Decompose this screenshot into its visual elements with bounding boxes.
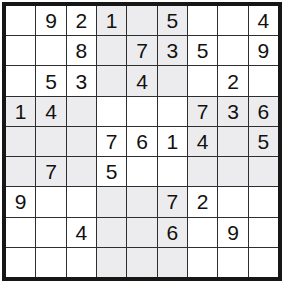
sudoku-cell-empty[interactable] <box>188 248 217 277</box>
sudoku-cell-given: 7 <box>188 97 217 126</box>
sudoku-cell-given: 9 <box>249 36 278 65</box>
sudoku-cell-given: 1 <box>6 97 35 126</box>
sudoku-cell-empty[interactable] <box>127 97 156 126</box>
sudoku-cell-empty[interactable] <box>249 157 278 186</box>
sudoku-cell-given: 1 <box>97 6 126 35</box>
sudoku-cell-given: 7 <box>97 127 126 156</box>
sudoku-cell-empty[interactable] <box>188 66 217 95</box>
sudoku-cell-empty[interactable] <box>249 187 278 216</box>
sudoku-cell-given: 4 <box>249 6 278 35</box>
sudoku-cell-empty[interactable] <box>188 218 217 247</box>
sudoku-cell-given: 6 <box>249 97 278 126</box>
sudoku-cell-given: 9 <box>6 187 35 216</box>
sudoku-cell-given: 2 <box>218 66 247 95</box>
sudoku-cell-empty[interactable] <box>6 248 35 277</box>
sudoku-cell-given: 7 <box>127 36 156 65</box>
sudoku-cell-empty[interactable] <box>36 218 65 247</box>
sudoku-cell-empty[interactable] <box>36 248 65 277</box>
sudoku-cell-given: 3 <box>67 66 96 95</box>
sudoku-cell-empty[interactable] <box>97 248 126 277</box>
sudoku-cell-empty[interactable] <box>188 157 217 186</box>
sudoku-cell-given: 9 <box>218 218 247 247</box>
sudoku-cell-given: 4 <box>36 97 65 126</box>
sudoku-cell-empty[interactable] <box>218 127 247 156</box>
sudoku-cell-given: 4 <box>188 127 217 156</box>
sudoku-cell-given: 4 <box>127 66 156 95</box>
sudoku-cell-empty[interactable] <box>127 218 156 247</box>
sudoku-cell-empty[interactable] <box>127 157 156 186</box>
sudoku-cell-empty[interactable] <box>158 97 187 126</box>
sudoku-cell-empty[interactable] <box>67 127 96 156</box>
sudoku-cell-given: 7 <box>36 157 65 186</box>
sudoku-cell-given: 6 <box>127 127 156 156</box>
sudoku-cell-empty[interactable] <box>36 187 65 216</box>
sudoku-cell-empty[interactable] <box>188 6 217 35</box>
sudoku-cell-empty[interactable] <box>127 248 156 277</box>
sudoku-cell-empty[interactable] <box>249 66 278 95</box>
sudoku-cell-empty[interactable] <box>249 218 278 247</box>
sudoku-cell-empty[interactable] <box>6 6 35 35</box>
sudoku-cell-given: 6 <box>158 218 187 247</box>
sudoku-cell-empty[interactable] <box>158 66 187 95</box>
sudoku-cell-empty[interactable] <box>158 248 187 277</box>
sudoku-cell-given: 3 <box>158 36 187 65</box>
sudoku-cell-empty[interactable] <box>6 218 35 247</box>
sudoku-cell-empty[interactable] <box>97 218 126 247</box>
sudoku-page: 92154873595342147367614575972469 <box>0 0 284 283</box>
sudoku-cell-empty[interactable] <box>218 248 247 277</box>
sudoku-cell-empty[interactable] <box>67 187 96 216</box>
sudoku-cell-empty[interactable] <box>97 36 126 65</box>
sudoku-cell-empty[interactable] <box>67 97 96 126</box>
sudoku-cell-empty[interactable] <box>6 157 35 186</box>
sudoku-cell-empty[interactable] <box>97 187 126 216</box>
sudoku-cell-given: 5 <box>188 36 217 65</box>
sudoku-cell-given: 5 <box>97 157 126 186</box>
sudoku-cell-empty[interactable] <box>6 36 35 65</box>
sudoku-cell-given: 8 <box>67 36 96 65</box>
sudoku-cell-empty[interactable] <box>36 36 65 65</box>
sudoku-cell-given: 5 <box>158 6 187 35</box>
sudoku-cell-empty[interactable] <box>127 6 156 35</box>
sudoku-cell-given: 2 <box>67 6 96 35</box>
sudoku-cell-given: 5 <box>36 66 65 95</box>
sudoku-cell-empty[interactable] <box>97 97 126 126</box>
sudoku-cell-given: 7 <box>158 187 187 216</box>
sudoku-cell-given: 9 <box>36 6 65 35</box>
sudoku-cell-empty[interactable] <box>67 248 96 277</box>
sudoku-cell-empty[interactable] <box>6 127 35 156</box>
sudoku-cell-given: 1 <box>158 127 187 156</box>
sudoku-cell-empty[interactable] <box>6 66 35 95</box>
sudoku-cell-empty[interactable] <box>97 66 126 95</box>
sudoku-cell-empty[interactable] <box>218 6 247 35</box>
sudoku-cell-empty[interactable] <box>218 157 247 186</box>
sudoku-cell-empty[interactable] <box>67 157 96 186</box>
sudoku-cell-given: 5 <box>249 127 278 156</box>
sudoku-cell-given: 3 <box>218 97 247 126</box>
sudoku-cell-empty[interactable] <box>127 187 156 216</box>
sudoku-cell-given: 4 <box>67 218 96 247</box>
sudoku-cell-empty[interactable] <box>36 127 65 156</box>
sudoku-cell-empty[interactable] <box>218 36 247 65</box>
sudoku-cell-empty[interactable] <box>158 157 187 186</box>
sudoku-cell-empty[interactable] <box>218 187 247 216</box>
sudoku-cell-given: 2 <box>188 187 217 216</box>
sudoku-board: 92154873595342147367614575972469 <box>2 2 282 281</box>
sudoku-cell-given <box>249 248 278 277</box>
